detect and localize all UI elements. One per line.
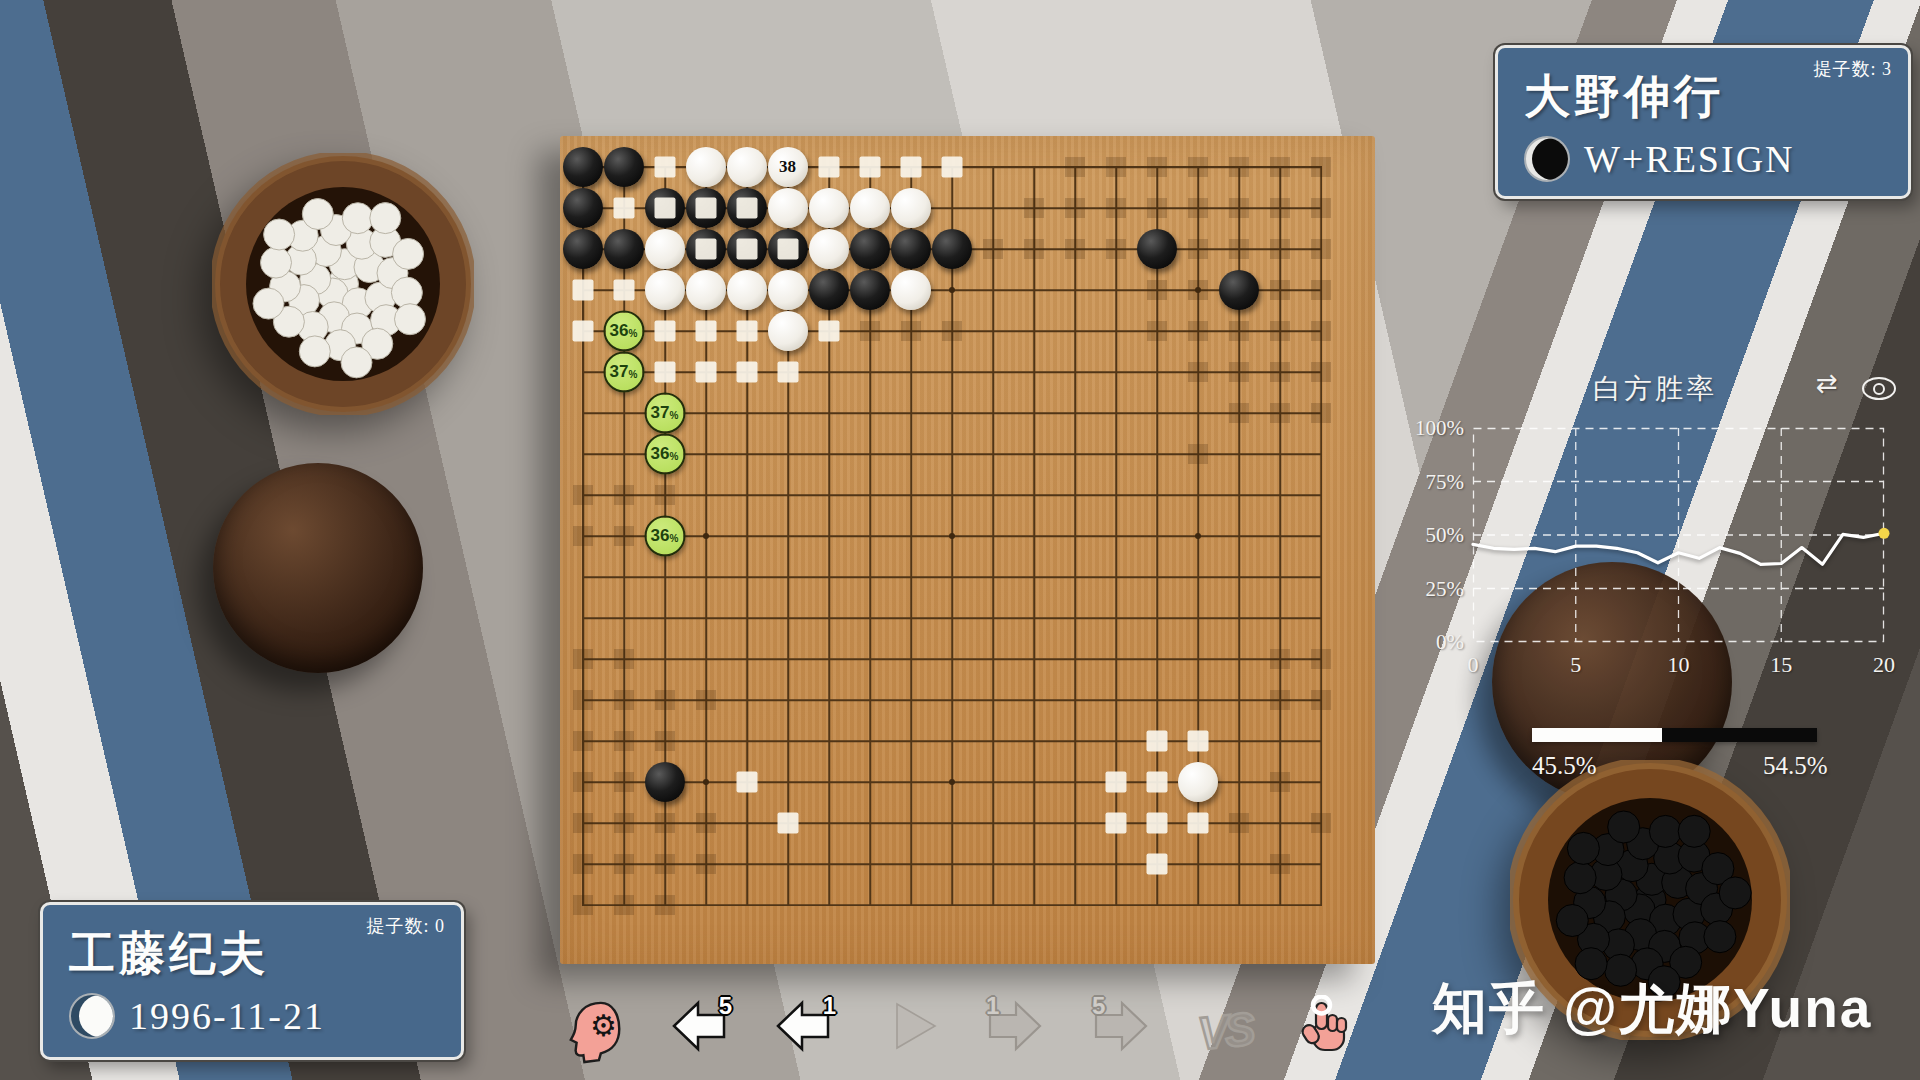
back-1-count: 1	[823, 992, 836, 1020]
black-territory-marker	[1147, 198, 1167, 218]
white-stone[interactable]	[727, 270, 767, 310]
black-territory-marker	[614, 731, 634, 751]
white-territory-marker	[654, 320, 675, 341]
move-suggestion[interactable]: 36%	[603, 310, 644, 351]
move-suggestion[interactable]: 37%	[644, 392, 685, 433]
black-territory-marker	[1311, 198, 1331, 218]
black-stone[interactable]	[604, 147, 644, 187]
white-stone[interactable]	[809, 229, 849, 269]
white-stone-bowl	[212, 153, 474, 415]
black-stone[interactable]	[563, 188, 603, 228]
black-stone[interactable]	[563, 229, 603, 269]
y-axis-tick: 75%	[1402, 469, 1464, 494]
black-territory-marker	[573, 813, 593, 833]
winrate-bar	[1532, 728, 1817, 742]
white-territory-marker	[777, 361, 798, 382]
ai-analysis-button[interactable]: ⚙	[568, 1000, 626, 1062]
x-axis-tick: 0	[1468, 652, 1479, 678]
black-territory-marker	[1311, 362, 1331, 382]
black-territory-marker	[655, 731, 675, 751]
black-territory-marker	[573, 649, 593, 669]
black-territory-marker	[1229, 362, 1249, 382]
star-point	[949, 287, 955, 293]
black-territory-marker	[696, 690, 716, 710]
y-axis-tick: 0%	[1402, 630, 1464, 655]
hand-icon	[1300, 995, 1356, 1063]
player-card-black: 提子数: 0 工藤纪夫 1996-11-21	[40, 902, 464, 1060]
white-territory-marker	[695, 238, 716, 259]
black-territory-marker	[1229, 321, 1249, 341]
black-territory-marker	[1188, 198, 1208, 218]
black-territory-marker	[614, 526, 634, 546]
x-axis-tick: 15	[1770, 652, 1792, 678]
star-point	[703, 533, 709, 539]
black-territory-marker	[1106, 157, 1126, 177]
black-territory-marker	[614, 813, 634, 833]
watermark: 知乎 @尤娜Yuna	[1432, 972, 1872, 1046]
white-territory-marker	[654, 197, 675, 218]
black-territory-marker	[1311, 813, 1331, 833]
black-territory-marker	[1311, 239, 1331, 259]
white-territory-marker	[777, 238, 798, 259]
white-stone[interactable]	[686, 147, 726, 187]
player-card-white: 提子数: 3 大野伸行 W+RESIGN	[1495, 45, 1911, 199]
black-territory-marker	[614, 854, 634, 874]
black-territory-marker	[1188, 280, 1208, 300]
black-territory-marker	[614, 485, 634, 505]
white-territory-marker	[1146, 730, 1167, 751]
white-territory-marker	[818, 156, 839, 177]
black-territory-marker	[942, 321, 962, 341]
black-territory-marker	[573, 854, 593, 874]
black-player-stone-icon	[69, 993, 115, 1039]
white-territory-marker	[900, 156, 921, 177]
white-stone[interactable]	[1178, 762, 1218, 802]
forward-1-button[interactable]: 1	[988, 1000, 1046, 1062]
bowl-lid	[213, 463, 423, 673]
white-territory-marker	[654, 361, 675, 382]
board-grid[interactable]: 36%37%37%36%36%38	[562, 146, 1341, 925]
x-axis-tick: 5	[1570, 652, 1581, 678]
black-stone[interactable]	[563, 147, 603, 187]
winrate-chart	[1473, 428, 1884, 642]
black-territory-marker	[1147, 280, 1167, 300]
black-territory-marker	[1270, 403, 1290, 423]
black-territory-marker	[614, 690, 634, 710]
black-territory-marker	[655, 485, 675, 505]
move-suggestion[interactable]: 36%	[644, 515, 685, 556]
white-stone[interactable]	[891, 188, 931, 228]
game-result: W+RESIGN	[1584, 137, 1795, 181]
black-territory-marker	[983, 239, 1003, 259]
chart-title: 白方胜率	[1540, 370, 1770, 408]
black-stone[interactable]	[645, 762, 685, 802]
white-territory-marker	[941, 156, 962, 177]
black-territory-marker	[614, 895, 634, 915]
black-stone[interactable]	[850, 270, 890, 310]
black-territory-marker	[1229, 403, 1249, 423]
white-stone[interactable]	[645, 270, 685, 310]
white-territory-marker	[1146, 853, 1167, 874]
gear-icon: ⚙	[590, 1008, 617, 1043]
white-territory-marker	[736, 361, 757, 382]
star-point	[1195, 533, 1201, 539]
star-point	[949, 533, 955, 539]
white-territory-marker	[1105, 771, 1126, 792]
white-territory-marker	[777, 812, 798, 833]
black-territory-marker	[1188, 321, 1208, 341]
black-territory-marker	[1270, 157, 1290, 177]
y-axis-tick: 50%	[1402, 523, 1464, 548]
go-board[interactable]: 36%37%37%36%36%38	[560, 136, 1375, 964]
white-territory-marker	[1187, 730, 1208, 751]
black-territory-marker	[1024, 198, 1044, 218]
forward-5-button[interactable]: 5	[1094, 1000, 1152, 1062]
white-territory-marker	[1146, 771, 1167, 792]
black-territory-marker	[1024, 239, 1044, 259]
black-territory-marker	[1188, 444, 1208, 464]
black-territory-marker	[655, 690, 675, 710]
white-territory-marker	[654, 156, 675, 177]
white-stone[interactable]	[686, 270, 726, 310]
black-territory-marker	[614, 772, 634, 792]
black-player-name: 工藤纪夫	[69, 923, 269, 985]
black-territory-marker	[1147, 157, 1167, 177]
black-territory-marker	[573, 526, 593, 546]
black-stone[interactable]	[809, 270, 849, 310]
white-territory-marker	[1146, 812, 1167, 833]
black-territory-marker	[1229, 239, 1249, 259]
black-territory-marker	[1147, 321, 1167, 341]
move-suggestion[interactable]: 37%	[603, 351, 644, 392]
play-button[interactable]	[893, 1000, 951, 1062]
white-stone[interactable]	[768, 188, 808, 228]
white-territory-marker	[695, 197, 716, 218]
x-axis-tick: 10	[1668, 652, 1690, 678]
swap-chart-icon[interactable]: ⇄	[1816, 368, 1838, 398]
black-territory-marker	[1311, 690, 1331, 710]
black-territory-marker	[1311, 649, 1331, 669]
y-axis-tick: 100%	[1402, 416, 1464, 441]
black-captures-label: 提子数: 0	[366, 914, 445, 938]
black-territory-marker	[1065, 198, 1085, 218]
black-territory-marker	[1270, 280, 1290, 300]
white-stone[interactable]	[768, 270, 808, 310]
black-stone[interactable]	[891, 229, 931, 269]
black-territory-marker	[573, 690, 593, 710]
black-territory-marker	[1188, 157, 1208, 177]
black-stone[interactable]	[932, 229, 972, 269]
move-suggestion[interactable]: 36%	[644, 433, 685, 474]
white-stone[interactable]	[809, 188, 849, 228]
black-stone[interactable]	[604, 229, 644, 269]
black-territory-marker	[655, 813, 675, 833]
black-territory-marker	[573, 731, 593, 751]
black-territory-marker	[1065, 239, 1085, 259]
white-territory-marker	[818, 320, 839, 341]
black-territory-marker	[655, 895, 675, 915]
black-territory-marker	[1229, 198, 1249, 218]
star-point	[703, 779, 709, 785]
black-territory-marker	[1270, 198, 1290, 218]
black-territory-marker	[1311, 280, 1331, 300]
black-territory-marker	[573, 772, 593, 792]
black-stone[interactable]	[850, 229, 890, 269]
white-territory-marker	[1187, 812, 1208, 833]
black-territory-marker	[1106, 198, 1126, 218]
black-territory-marker	[1311, 403, 1331, 423]
white-stone[interactable]	[768, 311, 808, 351]
black-territory-marker	[1270, 854, 1290, 874]
black-territory-marker	[1229, 813, 1249, 833]
white-territory-marker	[1105, 812, 1126, 833]
black-territory-marker	[1311, 321, 1331, 341]
black-territory-marker	[1270, 321, 1290, 341]
white-territory-marker	[736, 238, 757, 259]
white-stone[interactable]	[727, 147, 767, 187]
star-point	[949, 779, 955, 785]
black-territory-marker	[1270, 690, 1290, 710]
black-winrate-label: 54.5%	[1763, 752, 1828, 780]
white-territory-marker	[695, 361, 716, 382]
black-territory-marker	[614, 649, 634, 669]
black-territory-marker	[1229, 157, 1249, 177]
white-territory-marker	[736, 197, 757, 218]
white-territory-marker	[859, 156, 880, 177]
black-territory-marker	[696, 813, 716, 833]
white-territory-marker	[736, 771, 757, 792]
white-territory-marker	[695, 320, 716, 341]
black-territory-marker	[1270, 239, 1290, 259]
back-1-button[interactable]: 1	[776, 1000, 834, 1062]
black-territory-marker	[655, 854, 675, 874]
versus-button[interactable]: VS	[1198, 1004, 1256, 1066]
black-territory-marker	[1311, 157, 1331, 177]
white-territory-marker	[613, 279, 634, 300]
black-territory-marker	[1270, 649, 1290, 669]
black-stone[interactable]	[1137, 229, 1177, 269]
y-axis-tick: 25%	[1402, 576, 1464, 601]
pointer-tool-button[interactable]	[1300, 995, 1358, 1057]
black-territory-marker	[1188, 362, 1208, 382]
white-stone[interactable]	[850, 188, 890, 228]
white-player-name: 大野伸行	[1524, 66, 1724, 128]
back-5-count: 5	[719, 992, 732, 1020]
black-territory-marker	[1065, 157, 1085, 177]
white-winrate-segment	[1532, 728, 1662, 742]
black-territory-marker	[1270, 362, 1290, 382]
black-territory-marker	[696, 854, 716, 874]
game-date: 1996-11-21	[129, 994, 325, 1038]
black-territory-marker	[1106, 239, 1126, 259]
black-territory-marker	[1188, 239, 1208, 259]
black-stone[interactable]	[1219, 270, 1259, 310]
eye-icon[interactable]	[1862, 377, 1896, 400]
black-territory-marker	[1270, 772, 1290, 792]
last-move-number: 38	[779, 157, 796, 177]
white-player-stone-icon	[1524, 136, 1570, 182]
white-territory-marker	[572, 320, 593, 341]
go-review-scene: 36%37%37%36%36%38 提子数: 3 大野伸行 W+RESIGN 提…	[0, 0, 1920, 1080]
white-stone[interactable]	[891, 270, 931, 310]
forward-5-count: 5	[1092, 992, 1105, 1020]
forward-1-count: 1	[986, 992, 999, 1020]
black-territory-marker	[573, 895, 593, 915]
black-territory-marker	[860, 321, 880, 341]
white-territory-marker	[572, 279, 593, 300]
black-territory-marker	[573, 485, 593, 505]
white-winrate-label: 45.5%	[1532, 752, 1597, 780]
white-territory-marker	[613, 197, 634, 218]
white-territory-marker	[736, 320, 757, 341]
current-move-dot	[1879, 528, 1890, 539]
versus-label: VS	[1195, 1001, 1254, 1060]
white-stone[interactable]	[645, 229, 685, 269]
white-captures-label: 提子数: 3	[1813, 57, 1892, 81]
x-axis-tick: 20	[1873, 652, 1895, 678]
back-5-button[interactable]: 5	[672, 1000, 730, 1062]
black-territory-marker	[901, 321, 921, 341]
